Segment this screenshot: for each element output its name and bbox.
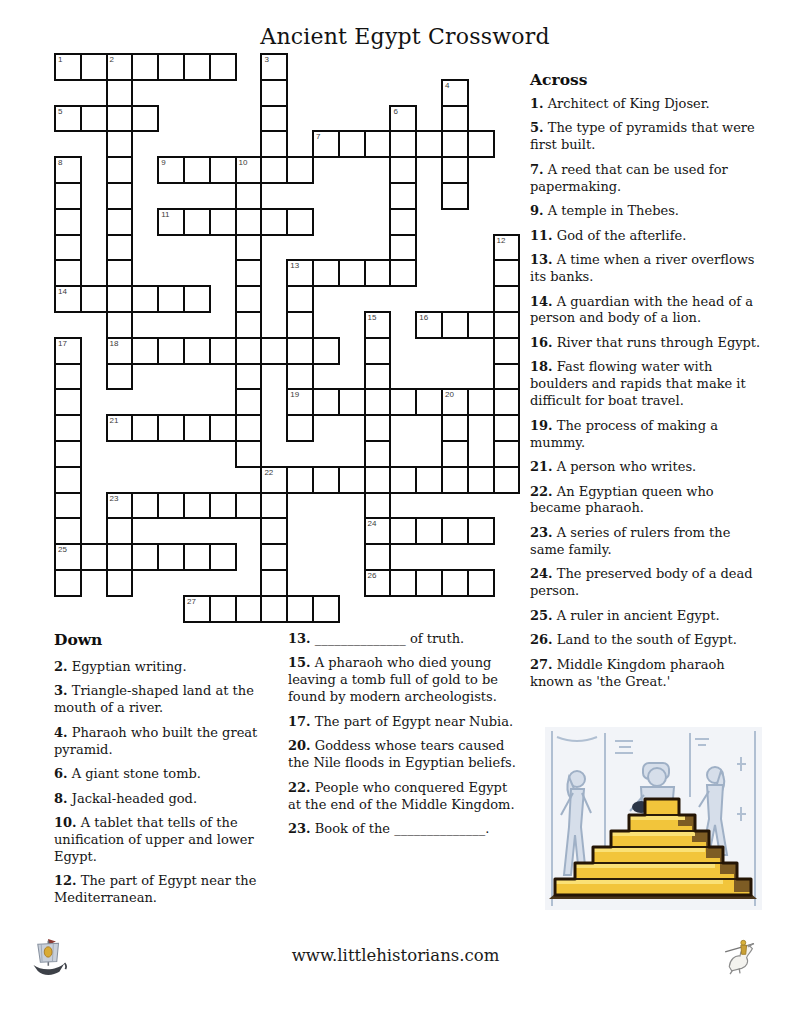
- clue-1: 1. Architect of King Djoser.: [530, 96, 763, 113]
- clue-number: 27: [187, 597, 196, 606]
- grid-cell[interactable]: [209, 208, 237, 236]
- grid-cell[interactable]: [364, 440, 392, 468]
- grid-cell[interactable]: [157, 492, 185, 520]
- grid-cell[interactable]: 5: [54, 105, 82, 133]
- grid-cell[interactable]: [131, 543, 159, 571]
- grid-cell[interactable]: [183, 285, 211, 313]
- grid-cell[interactable]: [364, 492, 392, 520]
- grid-cell[interactable]: [286, 337, 314, 365]
- clue-23: 23. A series of rulers from the same fam…: [530, 525, 763, 559]
- clue-number: 13: [290, 261, 299, 270]
- grid-cell[interactable]: [286, 466, 314, 494]
- knight-on-horse-icon: [721, 935, 759, 977]
- grid-cell[interactable]: [183, 492, 211, 520]
- grid-cell[interactable]: [441, 182, 469, 210]
- clue-11: 11. God of the afterlife.: [530, 228, 763, 245]
- grid-cell[interactable]: [286, 311, 314, 339]
- grid-cell[interactable]: [364, 363, 392, 391]
- grid-cell[interactable]: 25: [54, 543, 82, 571]
- grid-cell[interactable]: 9: [157, 156, 185, 184]
- down-clue-list-2: 13. ______________ of truth.15. A pharao…: [288, 631, 523, 838]
- grid-cell[interactable]: [260, 79, 288, 107]
- grid-cell[interactable]: [389, 569, 417, 597]
- page-title: Ancient Egypt Crossword: [55, 24, 755, 49]
- clue-number: 1: [58, 55, 62, 64]
- grid-cell[interactable]: 22: [260, 466, 288, 494]
- clue-9: 9. A temple in Thebes.: [530, 203, 763, 220]
- grid-cell[interactable]: [131, 337, 159, 365]
- clue-number: 3: [264, 55, 268, 64]
- clue-number: 21: [110, 416, 119, 425]
- grid-cell[interactable]: [389, 156, 417, 184]
- grid-cell[interactable]: [389, 182, 417, 210]
- grid-cell[interactable]: [131, 492, 159, 520]
- grid-cell[interactable]: 16: [415, 311, 443, 339]
- clue-number: 6: [393, 107, 397, 116]
- grid-cell[interactable]: [106, 79, 134, 107]
- grid-cell[interactable]: [389, 130, 417, 158]
- grid-cell[interactable]: [106, 543, 134, 571]
- clue-number: 24: [368, 519, 377, 528]
- grid-cell[interactable]: [54, 517, 82, 545]
- grid-cell[interactable]: [235, 285, 263, 313]
- grid-cell[interactable]: [389, 466, 417, 494]
- grid-cell[interactable]: [54, 569, 82, 597]
- grid-cell[interactable]: [54, 363, 82, 391]
- clue-number: 2: [110, 55, 114, 64]
- grid-cell[interactable]: [260, 569, 288, 597]
- grid-cell[interactable]: 12: [493, 234, 521, 262]
- grid-cell[interactable]: [441, 569, 469, 597]
- grid-cell[interactable]: [364, 388, 392, 416]
- clue-number: 18: [110, 339, 119, 348]
- clue-number: 9: [161, 158, 165, 167]
- grid-cell[interactable]: [312, 595, 340, 623]
- grid-cell[interactable]: [260, 156, 288, 184]
- clue-number: 11: [161, 210, 169, 219]
- grid-cell[interactable]: [106, 234, 134, 262]
- grid-cell[interactable]: [80, 105, 108, 133]
- grid-cell[interactable]: [338, 259, 366, 287]
- clue-15: 15. A pharaoh who died young leaving a t…: [288, 655, 523, 706]
- grid-cell[interactable]: [260, 595, 288, 623]
- grid-cell[interactable]: [415, 517, 443, 545]
- grid-cell[interactable]: [338, 130, 366, 158]
- clue-7: 7. A reed that can be used for papermaki…: [530, 162, 763, 196]
- grid-cell[interactable]: 23: [106, 492, 134, 520]
- grid-cell[interactable]: [312, 466, 340, 494]
- grid-cell[interactable]: 13: [286, 259, 314, 287]
- grid-cell[interactable]: [260, 543, 288, 571]
- grid-cell[interactable]: 17: [54, 337, 82, 365]
- grid-cell[interactable]: [209, 414, 237, 442]
- grid-cell[interactable]: [235, 208, 263, 236]
- grid-cell[interactable]: 20: [441, 388, 469, 416]
- clue-number: 17: [58, 339, 67, 348]
- grid-cell[interactable]: [467, 130, 495, 158]
- clue-13: 13. ______________ of truth.: [288, 631, 523, 648]
- grid-cell[interactable]: [183, 337, 211, 365]
- grid-cell[interactable]: [80, 543, 108, 571]
- grid-cell[interactable]: [80, 285, 108, 313]
- grid-cell[interactable]: [157, 543, 185, 571]
- grid-cell[interactable]: [389, 517, 417, 545]
- grid-cell[interactable]: [415, 130, 443, 158]
- grid-cell[interactable]: [235, 388, 263, 416]
- clue-number: 20: [445, 390, 454, 399]
- grid-cell[interactable]: [131, 285, 159, 313]
- grid-cell[interactable]: 15: [364, 311, 392, 339]
- grid-cell[interactable]: [106, 311, 134, 339]
- grid-cell[interactable]: [493, 337, 521, 365]
- clue-number: 4: [445, 81, 449, 90]
- grid-cell[interactable]: 18: [106, 337, 134, 365]
- grid-cell[interactable]: [235, 363, 263, 391]
- down-clue-list-1: 2. Egyptian writing.3. Triangle-shaped l…: [54, 659, 284, 907]
- grid-cell[interactable]: 24: [364, 517, 392, 545]
- grid-cell[interactable]: 1: [54, 53, 82, 81]
- grid-cell[interactable]: [312, 337, 340, 365]
- grid-cell[interactable]: [106, 130, 134, 158]
- grid-cell[interactable]: [183, 414, 211, 442]
- across-panel: Across 1. Architect of King Djoser.5. Th…: [530, 70, 763, 698]
- clue-22: 22. People who conquered Egypt at the en…: [288, 780, 523, 814]
- clue-12: 12. The part of Egypt near the Mediterra…: [54, 873, 284, 907]
- viking-ship-icon: [30, 937, 68, 979]
- grid-cell[interactable]: [493, 388, 521, 416]
- grid-cell[interactable]: [131, 414, 159, 442]
- clue-24: 24. The preserved body of a dead person.: [530, 566, 763, 600]
- grid-cell[interactable]: [286, 156, 314, 184]
- grid-cell[interactable]: [441, 156, 469, 184]
- clue-26: 26. Land to the south of Egypt.: [530, 632, 763, 649]
- grid-cell[interactable]: [209, 337, 237, 365]
- clue-number: 8: [58, 158, 62, 167]
- grid-cell[interactable]: [260, 130, 288, 158]
- grid-cell[interactable]: 7: [312, 130, 340, 158]
- grid-cell[interactable]: 26: [364, 569, 392, 597]
- clue-3: 3. Triangle-shaped land at the mouth of …: [54, 683, 284, 717]
- clue-18: 18. Fast flowing water with boulders and…: [530, 359, 763, 410]
- clue-16: 16. River that runs through Egypt.: [530, 335, 763, 352]
- grid-cell[interactable]: [338, 388, 366, 416]
- grid-cell[interactable]: 27: [183, 595, 211, 623]
- grid-cell[interactable]: [235, 182, 263, 210]
- grid-cell[interactable]: [54, 182, 82, 210]
- grid-cell[interactable]: [131, 105, 159, 133]
- grid-cell[interactable]: 6: [389, 105, 417, 133]
- grid-cell[interactable]: [131, 53, 159, 81]
- grid-cell[interactable]: [209, 53, 237, 81]
- grid-cell[interactable]: [106, 363, 134, 391]
- grid-cell[interactable]: [467, 517, 495, 545]
- grid-cell[interactable]: [493, 285, 521, 313]
- grid-cell[interactable]: [157, 414, 185, 442]
- grid-cell[interactable]: [260, 105, 288, 133]
- clue-4: 4. Pharaoh who built the great pyramid.: [54, 725, 284, 759]
- grid-cell[interactable]: 11: [157, 208, 185, 236]
- grid-cell[interactable]: 10: [235, 156, 263, 184]
- clue-22: 22. An Egyptian queen who became pharaoh…: [530, 484, 763, 518]
- grid-cell[interactable]: [364, 466, 392, 494]
- grid-cell[interactable]: [106, 182, 134, 210]
- grid-cell[interactable]: 21: [106, 414, 134, 442]
- grid-cell[interactable]: [286, 363, 314, 391]
- grid-cell[interactable]: [493, 466, 521, 494]
- grid-cell[interactable]: [389, 208, 417, 236]
- worksheet-page: { "title": "Ancient Egypt Crossword", "g…: [0, 0, 791, 1024]
- grid-cell[interactable]: [493, 259, 521, 287]
- clue-number: 22: [264, 468, 273, 477]
- grid-cell[interactable]: [286, 285, 314, 313]
- grid-cell[interactable]: [260, 492, 288, 520]
- grid-cell[interactable]: [441, 105, 469, 133]
- down-panel-left: Down 2. Egyptian writing.3. Triangle-sha…: [54, 630, 284, 915]
- grid-cell[interactable]: [106, 105, 134, 133]
- clue-17: 17. The part of Egypt near Nubia.: [288, 714, 523, 731]
- grid-cell[interactable]: [106, 569, 134, 597]
- grid-cell[interactable]: [286, 595, 314, 623]
- down-heading: Down: [54, 630, 284, 649]
- grid-cell[interactable]: [183, 156, 211, 184]
- clue-25: 25. A ruler in ancient Egypt.: [530, 608, 763, 625]
- grid-cell[interactable]: [364, 414, 392, 442]
- clue-number: 25: [58, 545, 67, 554]
- clue-number: 19: [290, 390, 299, 399]
- grid-cell[interactable]: [467, 311, 495, 339]
- clue-8: 8. Jackal-headed god.: [54, 791, 284, 808]
- grid-cell[interactable]: 3: [260, 53, 288, 81]
- clue-number: 26: [368, 571, 377, 580]
- clue-14: 14. A guardian with the head of a person…: [530, 294, 763, 328]
- clue-number: 5: [58, 107, 62, 116]
- grid-cell[interactable]: [415, 466, 443, 494]
- grid-cell[interactable]: [493, 440, 521, 468]
- grid-cell[interactable]: [364, 543, 392, 571]
- grid-cell[interactable]: [441, 466, 469, 494]
- clue-13: 13. A time when a river overflows its ba…: [530, 252, 763, 286]
- grid-cell[interactable]: [235, 414, 263, 442]
- grid-cell[interactable]: [467, 466, 495, 494]
- grid-cell[interactable]: 2: [106, 53, 134, 81]
- clue-number: 14: [58, 287, 67, 296]
- clue-19: 19. The process of making a mummy.: [530, 418, 763, 452]
- across-heading: Across: [530, 70, 763, 89]
- clue-23: 23. Book of the ______________.: [288, 821, 523, 838]
- clue-number: 7: [316, 132, 320, 141]
- across-clue-list: 1. Architect of King Djoser.5. The type …: [530, 96, 763, 690]
- clue-number: 12: [497, 236, 506, 245]
- grid-cell[interactable]: [54, 234, 82, 262]
- grid-cell[interactable]: [235, 311, 263, 339]
- clue-number: 15: [368, 313, 377, 322]
- grid-cell[interactable]: [209, 156, 237, 184]
- clue-21: 21. A person who writes.: [530, 459, 763, 476]
- clue-number: 23: [110, 494, 119, 503]
- grid-cell[interactable]: [441, 517, 469, 545]
- grid-cell[interactable]: [157, 337, 185, 365]
- grid-cell[interactable]: [364, 337, 392, 365]
- grid-cell[interactable]: 4: [441, 79, 469, 107]
- grid-cell[interactable]: [235, 595, 263, 623]
- footer-url: www.littlehistorians.com: [0, 946, 791, 965]
- grid-cell[interactable]: [364, 130, 392, 158]
- down-panel-middle: 13. ______________ of truth.15. A pharao…: [288, 631, 523, 845]
- grid-cell[interactable]: [441, 440, 469, 468]
- grid-cell[interactable]: [389, 388, 417, 416]
- grid-cell[interactable]: [54, 208, 82, 236]
- clue-number: 10: [239, 158, 248, 167]
- grid-cell[interactable]: [209, 543, 237, 571]
- grid-cell[interactable]: [157, 53, 185, 81]
- grid-cell[interactable]: [106, 208, 134, 236]
- grid-cell[interactable]: [235, 492, 263, 520]
- grid-cell[interactable]: [157, 285, 185, 313]
- grid-cell[interactable]: [389, 259, 417, 287]
- grid-cell[interactable]: [493, 311, 521, 339]
- grid-cell[interactable]: [260, 517, 288, 545]
- grid-cell[interactable]: [441, 414, 469, 442]
- grid-cell[interactable]: [54, 388, 82, 416]
- grid-cell[interactable]: [441, 311, 469, 339]
- grid-cell[interactable]: [235, 259, 263, 287]
- grid-cell[interactable]: [493, 414, 521, 442]
- grid-cell[interactable]: [338, 466, 366, 494]
- crossword-grid: 1234567891011121314151617181920212223242…: [54, 53, 521, 623]
- grid-cell[interactable]: [312, 388, 340, 416]
- grid-cell[interactable]: 14: [54, 285, 82, 313]
- grid-cell[interactable]: [260, 337, 288, 365]
- clue-number: 16: [419, 313, 428, 322]
- grid-cell[interactable]: [209, 492, 237, 520]
- grid-cell[interactable]: [467, 569, 495, 597]
- grid-cell[interactable]: 8: [54, 156, 82, 184]
- grid-cell[interactable]: [183, 53, 211, 81]
- grid-cell[interactable]: [286, 414, 314, 442]
- clue-6: 6. A giant stone tomb.: [54, 766, 284, 783]
- grid-cell[interactable]: [286, 208, 314, 236]
- grid-cell[interactable]: [183, 208, 211, 236]
- grid-cell[interactable]: [106, 285, 134, 313]
- clue-10: 10. A tablet that tells of the unificati…: [54, 815, 284, 866]
- clue-5: 5. The type of pyramids that were first …: [530, 120, 763, 154]
- grid-cell[interactable]: [106, 517, 134, 545]
- grid-cell[interactable]: [312, 259, 340, 287]
- grid-cell[interactable]: [106, 259, 134, 287]
- grid-cell[interactable]: [80, 53, 108, 81]
- grid-cell[interactable]: [106, 156, 134, 184]
- grid-cell[interactable]: [389, 234, 417, 262]
- grid-cell[interactable]: [183, 543, 211, 571]
- grid-cell[interactable]: [54, 414, 82, 442]
- grid-cell[interactable]: [54, 259, 82, 287]
- clue-20: 20. Goddess whose tears caused the Nile …: [288, 738, 523, 772]
- grid-cell[interactable]: [415, 569, 443, 597]
- grid-cell[interactable]: [364, 259, 392, 287]
- grid-cell[interactable]: [54, 492, 82, 520]
- clue-27: 27. Middle Kingdom pharaoh known as 'the…: [530, 657, 763, 691]
- grid-cell[interactable]: [260, 208, 288, 236]
- grid-cell[interactable]: [235, 234, 263, 262]
- grid-cell[interactable]: [493, 363, 521, 391]
- grid-cell[interactable]: [209, 595, 237, 623]
- grid-cell[interactable]: [235, 337, 263, 365]
- egypt-illustration: [545, 727, 762, 910]
- grid-cell[interactable]: [441, 130, 469, 158]
- grid-cell[interactable]: 19: [286, 388, 314, 416]
- clue-2: 2. Egyptian writing.: [54, 659, 284, 676]
- grid-cell[interactable]: [54, 440, 82, 468]
- grid-cell[interactable]: [235, 440, 263, 468]
- grid-cell[interactable]: [467, 388, 495, 416]
- grid-cell[interactable]: [415, 388, 443, 416]
- grid-cell[interactable]: [54, 466, 82, 494]
